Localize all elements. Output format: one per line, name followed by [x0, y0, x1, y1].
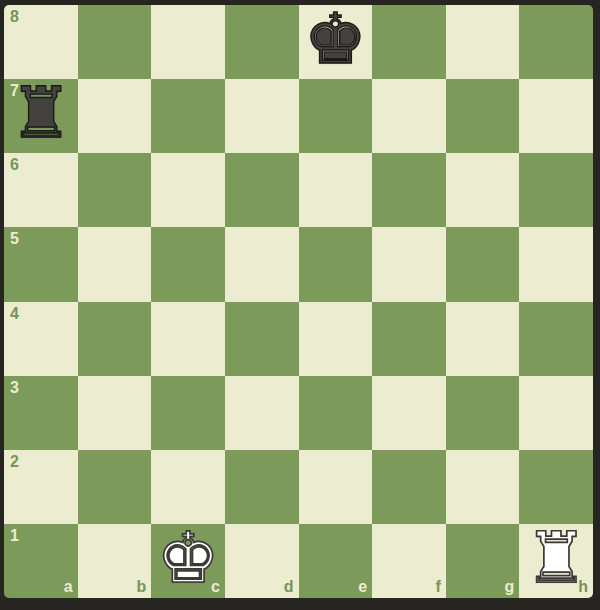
square-b6[interactable]: [78, 153, 152, 227]
square-g4[interactable]: [446, 302, 520, 376]
square-g5[interactable]: [446, 227, 520, 301]
square-b4[interactable]: [78, 302, 152, 376]
rank-label-1: 1: [10, 528, 19, 544]
square-g1[interactable]: g: [446, 524, 520, 598]
square-h1[interactable]: h♜: [519, 524, 593, 598]
square-f2[interactable]: [372, 450, 446, 524]
file-label-d: d: [284, 579, 294, 595]
square-a1[interactable]: 1a: [4, 524, 78, 598]
square-b8[interactable]: [78, 5, 152, 79]
chess-app-background: 8♚7♜654321abc♚defgh♜: [0, 0, 600, 610]
rank-label-3: 3: [10, 380, 19, 396]
square-h3[interactable]: [519, 376, 593, 450]
square-d4[interactable]: [225, 302, 299, 376]
square-h5[interactable]: [519, 227, 593, 301]
square-c3[interactable]: [151, 376, 225, 450]
square-a8[interactable]: 8: [4, 5, 78, 79]
black-rook-piece[interactable]: ♜: [9, 78, 72, 148]
square-h4[interactable]: [519, 302, 593, 376]
file-label-b: b: [136, 579, 146, 595]
square-g2[interactable]: [446, 450, 520, 524]
square-d2[interactable]: [225, 450, 299, 524]
square-b2[interactable]: [78, 450, 152, 524]
square-g3[interactable]: [446, 376, 520, 450]
square-a4[interactable]: 4: [4, 302, 78, 376]
square-d6[interactable]: [225, 153, 299, 227]
black-king-piece[interactable]: ♚: [304, 5, 367, 74]
white-king-piece[interactable]: ♚: [157, 523, 220, 593]
square-h2[interactable]: [519, 450, 593, 524]
file-label-g: g: [505, 579, 515, 595]
square-b3[interactable]: [78, 376, 152, 450]
square-g7[interactable]: [446, 79, 520, 153]
square-b5[interactable]: [78, 227, 152, 301]
chess-board: 8♚7♜654321abc♚defgh♜: [4, 5, 593, 598]
square-h7[interactable]: [519, 79, 593, 153]
rank-label-6: 6: [10, 157, 19, 173]
square-a6[interactable]: 6: [4, 153, 78, 227]
square-f8[interactable]: [372, 5, 446, 79]
square-b7[interactable]: [78, 79, 152, 153]
square-f1[interactable]: f: [372, 524, 446, 598]
square-c2[interactable]: [151, 450, 225, 524]
square-h8[interactable]: [519, 5, 593, 79]
square-e2[interactable]: [299, 450, 373, 524]
square-c8[interactable]: [151, 5, 225, 79]
square-f6[interactable]: [372, 153, 446, 227]
file-label-a: a: [64, 579, 73, 595]
square-e8[interactable]: ♚: [299, 5, 373, 79]
square-d7[interactable]: [225, 79, 299, 153]
file-label-e: e: [358, 579, 367, 595]
rank-label-5: 5: [10, 231, 19, 247]
square-a3[interactable]: 3: [4, 376, 78, 450]
square-c5[interactable]: [151, 227, 225, 301]
square-e3[interactable]: [299, 376, 373, 450]
square-g8[interactable]: [446, 5, 520, 79]
rank-label-8: 8: [10, 9, 19, 25]
white-rook-piece[interactable]: ♜: [525, 523, 588, 593]
square-f4[interactable]: [372, 302, 446, 376]
square-a2[interactable]: 2: [4, 450, 78, 524]
square-d1[interactable]: d: [225, 524, 299, 598]
square-e6[interactable]: [299, 153, 373, 227]
square-c4[interactable]: [151, 302, 225, 376]
square-c7[interactable]: [151, 79, 225, 153]
rank-label-2: 2: [10, 454, 19, 470]
square-e7[interactable]: [299, 79, 373, 153]
square-d5[interactable]: [225, 227, 299, 301]
square-e1[interactable]: e: [299, 524, 373, 598]
square-b1[interactable]: b: [78, 524, 152, 598]
rank-label-4: 4: [10, 306, 19, 322]
square-g6[interactable]: [446, 153, 520, 227]
square-d3[interactable]: [225, 376, 299, 450]
square-a7[interactable]: 7♜: [4, 79, 78, 153]
square-f3[interactable]: [372, 376, 446, 450]
square-f7[interactable]: [372, 79, 446, 153]
square-d8[interactable]: [225, 5, 299, 79]
file-label-f: f: [435, 579, 440, 595]
square-h6[interactable]: [519, 153, 593, 227]
square-f5[interactable]: [372, 227, 446, 301]
square-e5[interactable]: [299, 227, 373, 301]
square-e4[interactable]: [299, 302, 373, 376]
square-a5[interactable]: 5: [4, 227, 78, 301]
square-c6[interactable]: [151, 153, 225, 227]
square-c1[interactable]: c♚: [151, 524, 225, 598]
